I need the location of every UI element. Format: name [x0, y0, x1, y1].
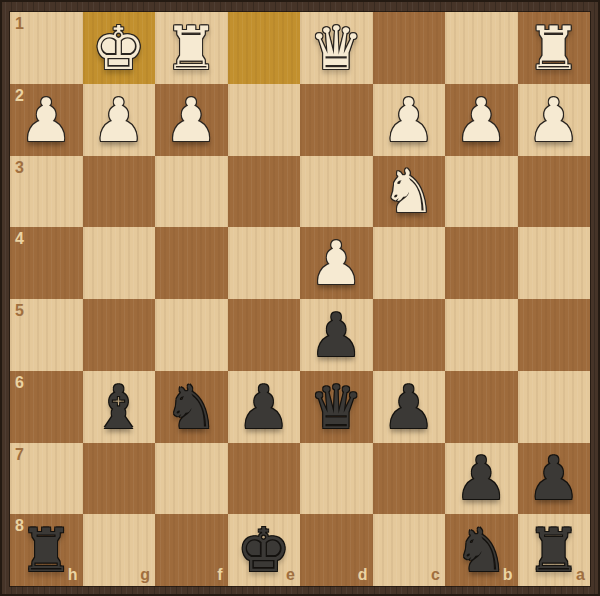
rank-label-1: 1	[15, 16, 24, 32]
square-h8[interactable]: 8h♜	[10, 514, 83, 586]
white-pawn[interactable]: ♟	[445, 84, 518, 156]
square-c7[interactable]	[373, 443, 446, 515]
white-pawn[interactable]: ♟	[518, 84, 591, 156]
file-label-c: c	[431, 567, 440, 583]
square-d7[interactable]	[300, 443, 373, 515]
square-f4[interactable]	[155, 227, 228, 299]
square-f3[interactable]	[155, 156, 228, 228]
square-b8[interactable]: b♞	[445, 514, 518, 586]
square-b3[interactable]	[445, 156, 518, 228]
square-f5[interactable]	[155, 299, 228, 371]
square-b2[interactable]: ♟	[445, 84, 518, 156]
square-c2[interactable]: ♟	[373, 84, 446, 156]
square-d3[interactable]	[300, 156, 373, 228]
square-a7[interactable]: ♟	[518, 443, 591, 515]
black-queen[interactable]: ♛	[300, 371, 373, 443]
file-label-d: d	[358, 567, 368, 583]
file-label-f: f	[217, 567, 222, 583]
white-pawn[interactable]: ♟	[83, 84, 156, 156]
square-g5[interactable]	[83, 299, 156, 371]
square-b1[interactable]	[445, 12, 518, 84]
rank-label-6: 6	[15, 375, 24, 391]
square-c4[interactable]	[373, 227, 446, 299]
square-g3[interactable]	[83, 156, 156, 228]
black-bishop[interactable]: ♝	[83, 371, 156, 443]
black-pawn[interactable]: ♟	[300, 299, 373, 371]
square-g1[interactable]: ♚	[83, 12, 156, 84]
square-g7[interactable]	[83, 443, 156, 515]
white-rook[interactable]: ♜	[155, 12, 228, 84]
black-pawn[interactable]: ♟	[373, 371, 446, 443]
square-h6[interactable]: 6	[10, 371, 83, 443]
square-g6[interactable]: ♝	[83, 371, 156, 443]
square-h2[interactable]: 2♟	[10, 84, 83, 156]
square-h1[interactable]: 1	[10, 12, 83, 84]
square-d5[interactable]: ♟	[300, 299, 373, 371]
square-b7[interactable]: ♟	[445, 443, 518, 515]
square-e3[interactable]	[228, 156, 301, 228]
rank-label-7: 7	[15, 447, 24, 463]
square-h3[interactable]: 3	[10, 156, 83, 228]
square-a8[interactable]: a♜	[518, 514, 591, 586]
square-d4[interactable]: ♟	[300, 227, 373, 299]
square-a5[interactable]	[518, 299, 591, 371]
square-e8[interactable]: e♚	[228, 514, 301, 586]
square-c3[interactable]: ♞	[373, 156, 446, 228]
black-king[interactable]: ♚	[228, 514, 301, 586]
square-a6[interactable]	[518, 371, 591, 443]
square-d2[interactable]	[300, 84, 373, 156]
chess-board: 1♚♜♛♜2♟♟♟♟♟♟3♞4♟5♟6♝♞♟♛♟7♟♟8h♜gfe♚dcb♞a♜	[10, 12, 590, 586]
square-h7[interactable]: 7	[10, 443, 83, 515]
square-a1[interactable]: ♜	[518, 12, 591, 84]
white-rook[interactable]: ♜	[518, 12, 591, 84]
square-f7[interactable]	[155, 443, 228, 515]
square-e5[interactable]	[228, 299, 301, 371]
black-rook[interactable]: ♜	[10, 514, 83, 586]
white-king[interactable]: ♚	[83, 12, 156, 84]
white-pawn[interactable]: ♟	[155, 84, 228, 156]
white-knight[interactable]: ♞	[373, 156, 446, 228]
square-d6[interactable]: ♛	[300, 371, 373, 443]
square-a4[interactable]	[518, 227, 591, 299]
white-pawn[interactable]: ♟	[300, 227, 373, 299]
white-queen[interactable]: ♛	[300, 12, 373, 84]
square-d8[interactable]: d	[300, 514, 373, 586]
square-g2[interactable]: ♟	[83, 84, 156, 156]
square-f2[interactable]: ♟	[155, 84, 228, 156]
square-h4[interactable]: 4	[10, 227, 83, 299]
black-pawn[interactable]: ♟	[518, 443, 591, 515]
square-e4[interactable]	[228, 227, 301, 299]
square-f8[interactable]: f	[155, 514, 228, 586]
square-f1[interactable]: ♜	[155, 12, 228, 84]
rank-label-3: 3	[15, 160, 24, 176]
square-d1[interactable]: ♛	[300, 12, 373, 84]
white-pawn[interactable]: ♟	[10, 84, 83, 156]
square-c5[interactable]	[373, 299, 446, 371]
black-rook[interactable]: ♜	[518, 514, 591, 586]
square-b4[interactable]	[445, 227, 518, 299]
square-c1[interactable]	[373, 12, 446, 84]
black-knight[interactable]: ♞	[445, 514, 518, 586]
square-a2[interactable]: ♟	[518, 84, 591, 156]
chess-board-frame: 1♚♜♛♜2♟♟♟♟♟♟3♞4♟5♟6♝♞♟♛♟7♟♟8h♜gfe♚dcb♞a♜	[0, 0, 600, 596]
square-c8[interactable]: c	[373, 514, 446, 586]
white-pawn[interactable]: ♟	[373, 84, 446, 156]
black-pawn[interactable]: ♟	[228, 371, 301, 443]
square-e2[interactable]	[228, 84, 301, 156]
square-a3[interactable]	[518, 156, 591, 228]
square-c6[interactable]: ♟	[373, 371, 446, 443]
square-b5[interactable]	[445, 299, 518, 371]
rank-label-5: 5	[15, 303, 24, 319]
square-f6[interactable]: ♞	[155, 371, 228, 443]
file-label-g: g	[140, 567, 150, 583]
square-h5[interactable]: 5	[10, 299, 83, 371]
square-e6[interactable]: ♟	[228, 371, 301, 443]
square-g8[interactable]: g	[83, 514, 156, 586]
rank-label-4: 4	[15, 231, 24, 247]
square-g4[interactable]	[83, 227, 156, 299]
square-e7[interactable]	[228, 443, 301, 515]
black-knight[interactable]: ♞	[155, 371, 228, 443]
black-pawn[interactable]: ♟	[445, 443, 518, 515]
square-b6[interactable]	[445, 371, 518, 443]
square-e1[interactable]	[228, 12, 301, 84]
